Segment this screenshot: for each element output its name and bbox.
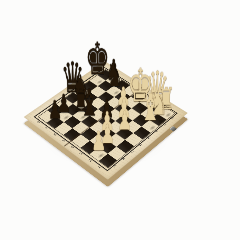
- product-photo-scene: ♛♚♟♟♞♟♜♞♝♟♟♟♟♚♟♟♟♛♝♞♜ ABCDEFGH12345678: [0, 0, 240, 240]
- white-pawn-glyph: ♟: [91, 128, 107, 153]
- rank-label-3: 3: [77, 150, 86, 157]
- white-pawn-glyph: ♟: [117, 108, 132, 132]
- black-bishop-glyph: ♝: [79, 86, 100, 121]
- white-bishop-glyph: ♝: [140, 91, 162, 126]
- rank-label-4: 4: [68, 144, 77, 150]
- rank-label-7: 7: [42, 125, 50, 131]
- black-pawn-glyph: ♟: [47, 98, 62, 122]
- rank-label-6: 6: [51, 131, 59, 137]
- rank-label-2: 2: [86, 157, 95, 164]
- rank-label-8: 8: [34, 119, 42, 125]
- rank-label-5: 5: [59, 138, 68, 144]
- rank-label-1: 1: [95, 164, 104, 171]
